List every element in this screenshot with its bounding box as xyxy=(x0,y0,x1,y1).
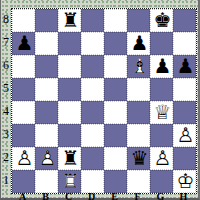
black-rook[interactable]: ♜ xyxy=(59,9,80,32)
square-c6[interactable] xyxy=(58,55,81,78)
rank-label-8: 8 xyxy=(1,8,11,31)
square-e5[interactable] xyxy=(104,78,127,101)
square-c7[interactable] xyxy=(58,32,81,55)
square-e8[interactable] xyxy=(104,9,127,32)
rank-label-5: 5 xyxy=(1,77,11,100)
file-labels: ABCDEFGH xyxy=(11,193,195,200)
square-e7[interactable] xyxy=(104,32,127,55)
piece-glyph: ♛ xyxy=(128,147,151,170)
square-h5[interactable] xyxy=(173,78,196,101)
file-label-E: E xyxy=(103,193,126,200)
piece-glyph-outline: ♙ xyxy=(36,147,59,170)
square-f4[interactable] xyxy=(127,101,150,124)
piece-glyph: ♟ xyxy=(128,32,151,55)
black-queen[interactable]: ♛ xyxy=(128,147,149,170)
file-label-A: A xyxy=(11,193,34,200)
square-b6[interactable] xyxy=(35,55,58,78)
square-h8[interactable] xyxy=(173,9,196,32)
square-h4[interactable] xyxy=(173,101,196,124)
file-label-D: D xyxy=(80,193,103,200)
square-c4[interactable] xyxy=(58,101,81,124)
square-c5[interactable] xyxy=(58,78,81,101)
black-pawn[interactable]: ♟ xyxy=(13,32,34,55)
piece-glyph: ♜ xyxy=(59,9,82,32)
white-pawn[interactable]: ♟♙ xyxy=(174,124,195,147)
square-g8[interactable]: ♚ xyxy=(150,9,173,32)
square-a4[interactable] xyxy=(12,101,35,124)
black-pawn[interactable]: ♟ xyxy=(174,55,195,78)
piece-glyph: ♟ xyxy=(151,55,174,78)
square-b1[interactable] xyxy=(35,170,58,193)
square-c8[interactable]: ♜ xyxy=(58,9,81,32)
square-f6[interactable]: ♝♗ xyxy=(127,55,150,78)
square-f5[interactable] xyxy=(127,78,150,101)
white-pawn[interactable]: ♟♙ xyxy=(13,147,34,170)
square-g5[interactable] xyxy=(150,78,173,101)
square-a1[interactable] xyxy=(12,170,35,193)
square-d7[interactable] xyxy=(81,32,104,55)
square-b8[interactable] xyxy=(35,9,58,32)
file-label-B: B xyxy=(34,193,57,200)
square-h3[interactable]: ♟♙ xyxy=(173,124,196,147)
square-f1[interactable] xyxy=(127,170,150,193)
square-g1[interactable] xyxy=(150,170,173,193)
square-g2[interactable]: ♟♙ xyxy=(150,147,173,170)
square-h2[interactable] xyxy=(173,147,196,170)
piece-glyph-outline: ♔ xyxy=(174,170,197,193)
white-bishop[interactable]: ♝♗ xyxy=(128,55,149,78)
rank-labels: 87654321 xyxy=(1,8,11,192)
square-f2[interactable]: ♛ xyxy=(127,147,150,170)
rank-label-6: 6 xyxy=(1,54,11,77)
square-h7[interactable] xyxy=(173,32,196,55)
square-a8[interactable] xyxy=(12,9,35,32)
square-a7[interactable]: ♟ xyxy=(12,32,35,55)
square-c3[interactable] xyxy=(58,124,81,147)
rank-label-3: 3 xyxy=(1,123,11,146)
square-b2[interactable]: ♟♙ xyxy=(35,147,58,170)
square-b4[interactable] xyxy=(35,101,58,124)
square-e4[interactable] xyxy=(104,101,127,124)
piece-glyph-outline: ♙ xyxy=(13,147,36,170)
square-h6[interactable]: ♟ xyxy=(173,55,196,78)
square-d5[interactable] xyxy=(81,78,104,101)
rank-label-7: 7 xyxy=(1,31,11,54)
square-f7[interactable]: ♟ xyxy=(127,32,150,55)
piece-glyph: ♟ xyxy=(174,55,197,78)
white-pawn[interactable]: ♟♙ xyxy=(36,147,57,170)
piece-glyph-outline: ♖ xyxy=(59,170,82,193)
piece-glyph-outline: ♕ xyxy=(151,101,174,124)
square-g7[interactable] xyxy=(150,32,173,55)
board-frame: 87654321 ♜♚♟♟♝♗♟♟♛♕♟♙♟♙♟♙♜♛♟♙♜♖♚♔ ABCDEF… xyxy=(0,0,200,200)
white-pawn[interactable]: ♟♙ xyxy=(151,147,172,170)
square-e2[interactable] xyxy=(104,147,127,170)
square-d1[interactable] xyxy=(81,170,104,193)
square-d3[interactable] xyxy=(81,124,104,147)
piece-glyph-outline: ♙ xyxy=(174,124,197,147)
rank-label-2: 2 xyxy=(1,146,11,169)
square-f3[interactable] xyxy=(127,124,150,147)
square-b3[interactable] xyxy=(35,124,58,147)
square-d6[interactable] xyxy=(81,55,104,78)
square-a2[interactable]: ♟♙ xyxy=(12,147,35,170)
black-pawn[interactable]: ♟ xyxy=(151,55,172,78)
square-c1[interactable]: ♜♖ xyxy=(58,170,81,193)
square-g3[interactable] xyxy=(150,124,173,147)
square-g6[interactable]: ♟ xyxy=(150,55,173,78)
square-c2[interactable]: ♜ xyxy=(58,147,81,170)
white-rook[interactable]: ♜♖ xyxy=(59,170,80,193)
file-label-H: H xyxy=(172,193,195,200)
square-h1[interactable]: ♚♔ xyxy=(173,170,196,193)
square-a5[interactable] xyxy=(12,78,35,101)
square-a6[interactable] xyxy=(12,55,35,78)
piece-glyph-outline: ♗ xyxy=(128,55,151,78)
black-pawn[interactable]: ♟ xyxy=(128,32,149,55)
piece-glyph: ♚ xyxy=(151,9,174,32)
square-g4[interactable]: ♛♕ xyxy=(150,101,173,124)
black-rook[interactable]: ♜ xyxy=(59,147,80,170)
square-d2[interactable] xyxy=(81,147,104,170)
square-b7[interactable] xyxy=(35,32,58,55)
file-label-G: G xyxy=(149,193,172,200)
square-e3[interactable] xyxy=(104,124,127,147)
file-label-F: F xyxy=(126,193,149,200)
piece-glyph: ♟ xyxy=(13,32,36,55)
square-e1[interactable] xyxy=(104,170,127,193)
white-king[interactable]: ♚♔ xyxy=(174,170,195,193)
square-f8[interactable] xyxy=(127,9,150,32)
file-label-C: C xyxy=(57,193,80,200)
white-queen[interactable]: ♛♕ xyxy=(151,101,172,124)
black-king[interactable]: ♚ xyxy=(151,9,172,32)
square-e6[interactable] xyxy=(104,55,127,78)
square-a3[interactable] xyxy=(12,124,35,147)
square-b5[interactable] xyxy=(35,78,58,101)
piece-glyph-outline: ♙ xyxy=(151,147,174,170)
chess-board[interactable]: ♜♚♟♟♝♗♟♟♛♕♟♙♟♙♟♙♜♛♟♙♜♖♚♔ xyxy=(11,8,197,194)
rank-label-1: 1 xyxy=(1,169,11,192)
square-d4[interactable] xyxy=(81,101,104,124)
square-d8[interactable] xyxy=(81,9,104,32)
rank-label-4: 4 xyxy=(1,100,11,123)
piece-glyph: ♜ xyxy=(59,147,82,170)
